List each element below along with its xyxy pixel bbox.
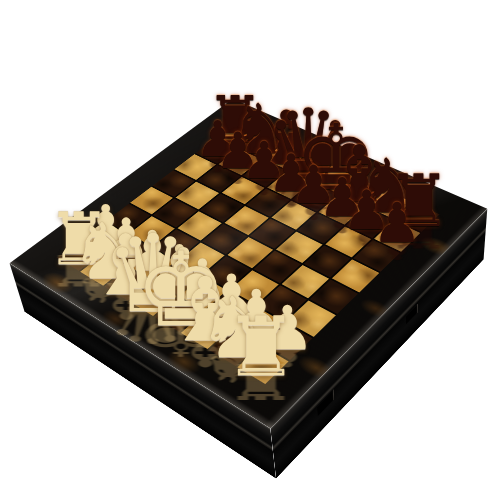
square-f5: [276, 232, 322, 263]
square-h2: [262, 322, 312, 360]
square-b1: [80, 253, 126, 285]
chess-board-box: [10, 99, 488, 429]
square-h1: [237, 345, 288, 384]
square-g4: [281, 265, 329, 299]
square-h6: [353, 240, 400, 272]
square-h3: [286, 301, 335, 337]
square-d1: [129, 282, 177, 316]
square-g2: [234, 306, 283, 342]
square-f1: [181, 312, 230, 348]
square-e3: [204, 256, 251, 289]
square-g3: [258, 285, 307, 320]
square-f4: [254, 251, 301, 283]
square-h5: [332, 259, 380, 292]
square-f2: [206, 291, 255, 326]
square-d3: [178, 243, 224, 275]
perspective-wrapper: [0, 0, 500, 500]
square-e2: [180, 276, 228, 310]
square-c1: [104, 267, 151, 300]
square-g6: [325, 226, 371, 257]
square-e4: [227, 237, 273, 268]
square-g5: [303, 245, 350, 277]
square-c2: [129, 248, 175, 280]
square-g1: [209, 328, 259, 366]
square-h7: [374, 221, 420, 252]
square-h4: [309, 279, 358, 314]
hinge-notch: [406, 304, 418, 325]
board-top-face: [10, 99, 488, 429]
chess-set-product-photo: ♜♜♞♞♝♝♛♛♚♚♝♝♞♞♜♜♟♟♟♟♟♟♟♟♟♟♟♟♟♟♟♟♟♟♟♟♟♟♟♟…: [0, 0, 500, 500]
square-d2: [154, 262, 201, 295]
latch-notch: [317, 389, 334, 416]
square-f3: [230, 271, 278, 305]
square-e1: [155, 297, 204, 332]
